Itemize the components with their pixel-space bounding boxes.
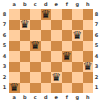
square-b3[interactable]	[20, 62, 31, 73]
square-c1[interactable]	[30, 83, 41, 94]
black-queen[interactable]: ♛	[51, 72, 61, 82]
square-g8[interactable]	[72, 9, 83, 20]
corner-bottom-right	[93, 93, 100, 101]
rank-label-2: 2	[93, 72, 100, 83]
file-label-c: c	[30, 93, 41, 101]
square-c6[interactable]	[30, 30, 41, 41]
square-b4[interactable]	[20, 51, 31, 62]
square-a6[interactable]	[9, 30, 20, 41]
square-a5[interactable]	[9, 41, 20, 52]
black-queen[interactable]: ♛	[20, 20, 30, 30]
corner-top-left	[0, 0, 9, 9]
square-b8[interactable]	[20, 9, 31, 20]
square-a4[interactable]	[9, 51, 20, 62]
corner-bottom-left	[0, 93, 9, 101]
square-d4[interactable]	[41, 51, 52, 62]
square-g5[interactable]	[72, 41, 83, 52]
file-labels-bottom: abcdefgh	[9, 93, 93, 101]
rank-label-1: 1	[0, 83, 9, 94]
square-e2[interactable]: ♛	[51, 72, 62, 83]
square-e6[interactable]	[51, 30, 62, 41]
square-d5[interactable]	[41, 41, 52, 52]
black-queen[interactable]: ♛	[62, 51, 72, 61]
rank-label-3: 3	[93, 62, 100, 73]
file-label-a: a	[9, 0, 20, 9]
rank-label-6: 6	[0, 30, 9, 41]
square-e8[interactable]	[51, 9, 62, 20]
square-h1[interactable]	[83, 83, 94, 94]
square-h7[interactable]	[83, 20, 94, 31]
rank-label-8: 8	[0, 9, 9, 20]
rank-labels-left: 87654321	[0, 9, 9, 93]
square-f5[interactable]	[62, 41, 73, 52]
square-g2[interactable]	[72, 72, 83, 83]
square-e5[interactable]	[51, 41, 62, 52]
square-c2[interactable]	[30, 72, 41, 83]
square-d2[interactable]	[41, 72, 52, 83]
file-label-e: e	[51, 0, 62, 9]
square-f2[interactable]	[62, 72, 73, 83]
file-label-d: d	[41, 93, 52, 101]
square-f4[interactable]: ♛	[62, 51, 73, 62]
square-b2[interactable]	[20, 72, 31, 83]
square-g4[interactable]	[72, 51, 83, 62]
file-label-d: d	[41, 0, 52, 9]
square-h5[interactable]	[83, 41, 94, 52]
rank-label-4: 4	[93, 51, 100, 62]
square-e1[interactable]	[51, 83, 62, 94]
square-b7[interactable]: ♛	[20, 20, 31, 31]
square-e3[interactable]	[51, 62, 62, 73]
rank-label-4: 4	[0, 51, 9, 62]
square-d8[interactable]: ♛	[41, 9, 52, 20]
square-b6[interactable]	[20, 30, 31, 41]
rank-label-6: 6	[93, 30, 100, 41]
square-c8[interactable]	[30, 9, 41, 20]
square-h8[interactable]	[83, 9, 94, 20]
square-h6[interactable]	[83, 30, 94, 41]
file-label-b: b	[20, 0, 31, 9]
square-c3[interactable]	[30, 62, 41, 73]
square-h4[interactable]	[83, 51, 94, 62]
file-label-h: h	[83, 93, 94, 101]
square-d7[interactable]	[41, 20, 52, 31]
rank-label-2: 2	[0, 72, 9, 83]
corner-top-right	[93, 0, 100, 9]
file-labels-top: abcdefgh	[9, 0, 93, 9]
rank-label-5: 5	[93, 41, 100, 52]
file-label-f: f	[62, 93, 73, 101]
square-c5[interactable]: ♛	[30, 41, 41, 52]
square-a3[interactable]	[9, 62, 20, 73]
file-label-g: g	[72, 0, 83, 9]
file-label-g: g	[72, 93, 83, 101]
square-c7[interactable]	[30, 20, 41, 31]
rank-label-7: 7	[93, 20, 100, 31]
black-queen[interactable]: ♛	[41, 9, 51, 19]
black-queen[interactable]: ♛	[83, 62, 93, 72]
rank-labels-right: 87654321	[93, 9, 100, 93]
square-a1[interactable]: ♛	[9, 83, 20, 94]
square-h3[interactable]: ♛	[83, 62, 94, 73]
rank-label-1: 1	[93, 83, 100, 94]
square-f1[interactable]	[62, 83, 73, 94]
square-b1[interactable]	[20, 83, 31, 94]
black-queen[interactable]: ♛	[30, 41, 40, 51]
square-f3[interactable]	[62, 62, 73, 73]
square-f7[interactable]	[62, 20, 73, 31]
square-c4[interactable]	[30, 51, 41, 62]
board-frame: abcdefgh 87654321 ♛♛♛♛♛♛♛♛ 87654321 abcd…	[0, 0, 100, 101]
square-d6[interactable]	[41, 30, 52, 41]
square-d3[interactable]	[41, 62, 52, 73]
square-a7[interactable]	[9, 20, 20, 31]
file-label-h: h	[83, 0, 94, 9]
rank-label-5: 5	[0, 41, 9, 52]
square-f8[interactable]	[62, 9, 73, 20]
square-g6[interactable]: ♛	[72, 30, 83, 41]
rank-label-8: 8	[93, 9, 100, 20]
rank-label-3: 3	[0, 62, 9, 73]
square-h2[interactable]	[83, 72, 94, 83]
file-label-c: c	[30, 0, 41, 9]
square-b5[interactable]	[20, 41, 31, 52]
black-queen[interactable]: ♛	[72, 30, 82, 40]
file-label-e: e	[51, 93, 62, 101]
file-label-b: b	[20, 93, 31, 101]
chess-board: ♛♛♛♛♛♛♛♛	[9, 9, 93, 93]
square-a2[interactable]	[9, 72, 20, 83]
square-e4[interactable]	[51, 51, 62, 62]
square-e7[interactable]	[51, 20, 62, 31]
square-g1[interactable]	[72, 83, 83, 94]
square-a8[interactable]	[9, 9, 20, 20]
black-queen[interactable]: ♛	[9, 83, 19, 93]
square-g3[interactable]	[72, 62, 83, 73]
square-f6[interactable]	[62, 30, 73, 41]
square-g7[interactable]	[72, 20, 83, 31]
square-d1[interactable]	[41, 83, 52, 94]
file-label-a: a	[9, 93, 20, 101]
chess-diagram: abcdefgh 87654321 ♛♛♛♛♛♛♛♛ 87654321 abcd…	[0, 0, 100, 101]
rank-label-7: 7	[0, 20, 9, 31]
file-label-f: f	[62, 0, 73, 9]
